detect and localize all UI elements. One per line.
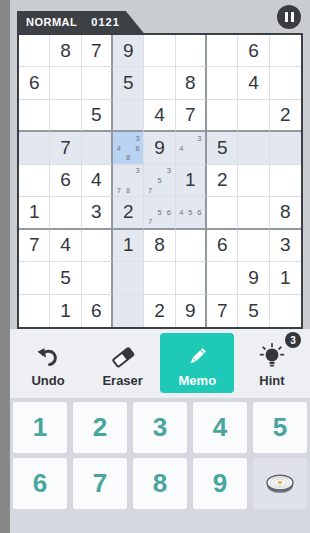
sudoku-cell-r9c4[interactable]: [113, 295, 144, 327]
sudoku-cell-r9c3[interactable]: 6: [82, 295, 113, 327]
difficulty-label: NORMAL: [26, 16, 77, 28]
sudoku-cell-r4c7[interactable]: 5: [207, 132, 238, 164]
sudoku-cell-r2c3[interactable]: [82, 67, 113, 99]
sudoku-cell-r6c9[interactable]: 8: [270, 197, 301, 229]
sudoku-cell-r3c3[interactable]: 5: [82, 100, 113, 132]
sudoku-cell-r7c4[interactable]: 1: [113, 230, 144, 262]
numpad-button-2[interactable]: 2: [73, 402, 127, 453]
sudoku-cell-r9c9[interactable]: [270, 295, 301, 327]
sudoku-cell-r4c3[interactable]: [82, 132, 113, 164]
sudoku-cell-r2c1[interactable]: 6: [19, 67, 50, 99]
check-disc-button[interactable]: [253, 458, 307, 509]
sudoku-cell-r2c5[interactable]: [144, 67, 175, 99]
sudoku-cell-r2c6[interactable]: 8: [176, 67, 207, 99]
sudoku-cell-r3c8[interactable]: [238, 100, 269, 132]
memo-button[interactable]: Memo: [160, 333, 234, 393]
disc-icon: [261, 471, 299, 497]
header-bar: NORMAL 0121: [10, 0, 310, 33]
sudoku-cell-r4c6[interactable]: 34: [176, 132, 207, 164]
numpad-row-1: 12345: [10, 402, 310, 453]
numpad-button-6[interactable]: 6: [13, 458, 67, 509]
sudoku-cell-r3c5[interactable]: 4: [144, 100, 175, 132]
sudoku-cell-r6c2[interactable]: [50, 197, 81, 229]
hint-button[interactable]: Hint 3: [235, 333, 309, 393]
pencil-notes: 456: [177, 198, 204, 226]
sudoku-cell-r9c2[interactable]: 1: [50, 295, 81, 327]
sudoku-cell-r7c7[interactable]: 6: [207, 230, 238, 262]
sudoku-cell-r7c2[interactable]: 4: [50, 230, 81, 262]
sudoku-cell-r8c2[interactable]: 5: [50, 262, 81, 294]
sudoku-cell-r7c3[interactable]: [82, 230, 113, 262]
sudoku-cell-r8c3[interactable]: [82, 262, 113, 294]
sudoku-cell-r4c8[interactable]: [238, 132, 269, 164]
numpad-button-4[interactable]: 4: [193, 402, 247, 453]
sudoku-cell-r9c8[interactable]: 5: [238, 295, 269, 327]
puzzle-number: 0121: [91, 16, 119, 28]
hint-label: Hint: [259, 373, 284, 388]
numpad-button-3[interactable]: 3: [133, 402, 187, 453]
sudoku-cell-r1c9[interactable]: [270, 35, 301, 67]
sudoku-cell-r5c7[interactable]: 2: [207, 165, 238, 197]
undo-label: Undo: [31, 373, 64, 388]
sudoku-cell-r1c5[interactable]: [144, 35, 175, 67]
pencil-notes: 3468: [114, 133, 142, 162]
eraser-icon: [109, 341, 137, 373]
sudoku-cell-r2c2[interactable]: [50, 67, 81, 99]
eraser-button[interactable]: Eraser: [86, 333, 160, 393]
sudoku-cell-r2c7[interactable]: [207, 67, 238, 99]
sudoku-cell-r6c8[interactable]: [238, 197, 269, 229]
sudoku-cell-r7c9[interactable]: 3: [270, 230, 301, 262]
sudoku-cell-r4c4[interactable]: 3468: [113, 132, 144, 164]
sudoku-cell-r1c2[interactable]: 8: [50, 35, 81, 67]
pause-button[interactable]: [277, 5, 301, 29]
sudoku-cell-r6c1[interactable]: 1: [19, 197, 50, 229]
sudoku-cell-r5c2[interactable]: 6: [50, 165, 81, 197]
eraser-label: Eraser: [102, 373, 142, 388]
number-pad: 12345 6789: [10, 398, 310, 533]
sudoku-cell-r6c5[interactable]: 567: [144, 197, 175, 229]
pencil-notes: 34: [177, 133, 204, 162]
pencil-icon: [184, 341, 210, 373]
sudoku-cell-r8c4[interactable]: [113, 262, 144, 294]
sudoku-cell-r4c9[interactable]: [270, 132, 301, 164]
undo-icon: [35, 341, 61, 373]
sudoku-cell-r5c9[interactable]: [270, 165, 301, 197]
sudoku-cell-r1c4[interactable]: 9: [113, 35, 144, 67]
sudoku-cell-r5c1[interactable]: [19, 165, 50, 197]
sudoku-cell-r5c4[interactable]: 378: [113, 165, 144, 197]
sudoku-cell-r6c3[interactable]: 3: [82, 197, 113, 229]
sudoku-cell-r8c1[interactable]: [19, 262, 50, 294]
sudoku-cell-r1c1[interactable]: [19, 35, 50, 67]
sudoku-cell-r8c7[interactable]: [207, 262, 238, 294]
sudoku-cell-r4c1[interactable]: [19, 132, 50, 164]
memo-label: Memo: [179, 373, 217, 388]
pencil-notes: 357: [145, 166, 173, 195]
numpad-button-5[interactable]: 5: [253, 402, 307, 453]
sudoku-cell-r5c5[interactable]: 357: [144, 165, 175, 197]
sudoku-cell-r3c7[interactable]: [207, 100, 238, 132]
sudoku-cell-r8c5[interactable]: [144, 262, 175, 294]
sudoku-cell-r5c3[interactable]: 4: [82, 165, 113, 197]
sudoku-cell-r6c4[interactable]: 2: [113, 197, 144, 229]
sudoku-cell-r3c1[interactable]: [19, 100, 50, 132]
level-tab: NORMAL 0121: [17, 11, 144, 33]
sudoku-cell-r6c7[interactable]: [207, 197, 238, 229]
sudoku-cell-r3c2[interactable]: [50, 100, 81, 132]
numpad-button-9[interactable]: 9: [193, 458, 247, 509]
pencil-notes: 378: [114, 166, 142, 195]
sudoku-cell-r2c4[interactable]: 5: [113, 67, 144, 99]
sudoku-cell-r5c8[interactable]: [238, 165, 269, 197]
pause-icon: [285, 12, 294, 22]
sudoku-cell-r1c8[interactable]: 6: [238, 35, 269, 67]
numpad-button-8[interactable]: 8: [133, 458, 187, 509]
sudoku-cell-r7c8[interactable]: [238, 230, 269, 262]
undo-button[interactable]: Undo: [11, 333, 85, 393]
sudoku-cell-r9c6[interactable]: 9: [176, 295, 207, 327]
hint-badge: 3: [285, 332, 301, 348]
sudoku-cell-r2c8[interactable]: 4: [238, 67, 269, 99]
sudoku-cell-r1c6[interactable]: [176, 35, 207, 67]
bulb-icon: [257, 341, 287, 373]
sudoku-cell-r9c1[interactable]: [19, 295, 50, 327]
sudoku-cell-r3c6[interactable]: 7: [176, 100, 207, 132]
sudoku-cell-r7c5[interactable]: 8: [144, 230, 175, 262]
sudoku-cell-r4c5[interactable]: 9: [144, 132, 175, 164]
pencil-notes: 567: [145, 198, 173, 226]
sudoku-cell-r4c2[interactable]: 7: [50, 132, 81, 164]
numpad-button-7[interactable]: 7: [73, 458, 127, 509]
sudoku-cell-r1c3[interactable]: 7: [82, 35, 113, 67]
sudoku-cell-r8c8[interactable]: 9: [238, 262, 269, 294]
sudoku-cell-r7c1[interactable]: 7: [19, 230, 50, 262]
sudoku-cell-r9c5[interactable]: 2: [144, 295, 175, 327]
sudoku-cell-r1c7[interactable]: [207, 35, 238, 67]
sudoku-cell-r5c6[interactable]: 1: [176, 165, 207, 197]
sudoku-cell-r3c9[interactable]: 2: [270, 100, 301, 132]
sudoku-cell-r9c7[interactable]: 7: [207, 295, 238, 327]
numpad-button-1[interactable]: 1: [13, 402, 67, 453]
sudoku-cell-r2c9[interactable]: [270, 67, 301, 99]
sudoku-cell-r8c6[interactable]: [176, 262, 207, 294]
sudoku-app: NORMAL 0121 8796658454727346893456437835…: [10, 0, 310, 533]
sudoku-cell-r8c9[interactable]: 1: [270, 262, 301, 294]
toolbar: Undo Eraser: [10, 329, 310, 398]
sudoku-cell-r3c4[interactable]: [113, 100, 144, 132]
sudoku-cell-r6c6[interactable]: 456: [176, 197, 207, 229]
sudoku-cell-r7c6[interactable]: [176, 230, 207, 262]
sudoku-board: 8796658454727346893456437835712132567456…: [17, 33, 303, 329]
numpad-row-2: 6789: [10, 458, 310, 509]
